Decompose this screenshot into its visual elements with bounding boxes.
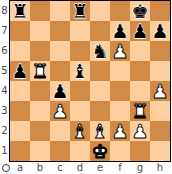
piece-wP-f6: ♟ <box>110 41 130 61</box>
square-h8[interactable] <box>150 1 170 21</box>
square-e8[interactable] <box>90 1 110 21</box>
rank-label-5: 5 <box>0 61 9 81</box>
file-label-h: h <box>150 162 170 174</box>
square-b3[interactable] <box>30 101 50 121</box>
square-f1[interactable] <box>110 141 130 161</box>
square-h3[interactable] <box>150 101 170 121</box>
square-d7[interactable] <box>70 21 90 41</box>
square-c5[interactable] <box>50 61 70 81</box>
square-b4[interactable] <box>30 81 50 101</box>
square-a8[interactable]: ♜ <box>10 1 30 21</box>
piece-bP-c4: ♟ <box>50 81 70 101</box>
square-d3[interactable] <box>70 101 90 121</box>
piece-bP-f7: ♟ <box>110 21 130 41</box>
chess-board: ♜♜♚♟♟♟♞♟♟♜♝♟♟♟♜♝♝♟♟♚ <box>9 0 171 162</box>
square-g1[interactable] <box>130 141 150 161</box>
square-e1[interactable]: ♚ <box>90 141 110 161</box>
piece-bK-g8: ♚ <box>130 1 150 21</box>
square-c4[interactable]: ♟ <box>50 81 70 101</box>
piece-wP-g2: ♟ <box>130 121 150 141</box>
square-f5[interactable] <box>110 61 130 81</box>
square-d5[interactable]: ♝ <box>70 61 90 81</box>
piece-bP-h7: ♟ <box>150 21 170 41</box>
square-h6[interactable] <box>150 41 170 61</box>
square-e7[interactable] <box>90 21 110 41</box>
square-a7[interactable] <box>10 21 30 41</box>
square-d2[interactable]: ♝ <box>70 121 90 141</box>
rank-labels: 87654321 <box>0 0 9 162</box>
piece-wB-e2: ♝ <box>90 121 110 141</box>
square-b8[interactable] <box>30 1 50 21</box>
file-labels: abcdefgh <box>0 162 172 174</box>
square-b7[interactable] <box>30 21 50 41</box>
square-a3[interactable] <box>10 101 30 121</box>
square-h7[interactable]: ♟ <box>150 21 170 41</box>
rank-label-2: 2 <box>0 121 9 141</box>
file-label-c: c <box>50 162 70 174</box>
file-label-a: a <box>10 162 30 174</box>
file-label-f: f <box>110 162 130 174</box>
square-e4[interactable] <box>90 81 110 101</box>
piece-bP-a5: ♟ <box>10 61 30 81</box>
file-label-g: g <box>130 162 150 174</box>
piece-wP-c3: ♟ <box>50 101 70 121</box>
file-label-b: b <box>30 162 50 174</box>
piece-bN-e6: ♞ <box>90 41 110 61</box>
square-d6[interactable] <box>70 41 90 61</box>
square-d8[interactable]: ♜ <box>70 1 90 21</box>
square-e5[interactable] <box>90 61 110 81</box>
piece-bR-a8: ♜ <box>10 1 30 21</box>
piece-wK-e1: ♚ <box>90 141 110 161</box>
square-g6[interactable] <box>130 41 150 61</box>
square-c1[interactable] <box>50 141 70 161</box>
rank-label-7: 7 <box>0 21 9 41</box>
rank-label-8: 8 <box>0 1 9 21</box>
square-c7[interactable] <box>50 21 70 41</box>
square-f2[interactable]: ♟ <box>110 121 130 141</box>
square-h5[interactable] <box>150 61 170 81</box>
square-g7[interactable]: ♟ <box>130 21 150 41</box>
rank-label-3: 3 <box>0 101 9 121</box>
square-c2[interactable] <box>50 121 70 141</box>
square-a5[interactable]: ♟ <box>10 61 30 81</box>
square-c3[interactable]: ♟ <box>50 101 70 121</box>
piece-bB-d5: ♝ <box>70 61 90 81</box>
square-a6[interactable] <box>10 41 30 61</box>
piece-bR-d8: ♜ <box>70 1 90 21</box>
square-f7[interactable]: ♟ <box>110 21 130 41</box>
square-e6[interactable]: ♞ <box>90 41 110 61</box>
square-b1[interactable] <box>30 141 50 161</box>
piece-wB-d2: ♝ <box>70 121 90 141</box>
file-label-e: e <box>90 162 110 174</box>
square-f8[interactable] <box>110 1 130 21</box>
square-c8[interactable] <box>50 1 70 21</box>
square-g8[interactable]: ♚ <box>130 1 150 21</box>
piece-bP-g7: ♟ <box>130 21 150 41</box>
square-d1[interactable] <box>70 141 90 161</box>
white-to-move-indicator-icon <box>2 164 10 172</box>
square-f6[interactable]: ♟ <box>110 41 130 61</box>
piece-wP-f2: ♟ <box>110 121 130 141</box>
piece-wR-b5: ♜ <box>30 61 50 81</box>
square-g4[interactable] <box>130 81 150 101</box>
square-c6[interactable] <box>50 41 70 61</box>
piece-wR-g3: ♜ <box>130 101 150 121</box>
square-h1[interactable] <box>150 141 170 161</box>
square-a1[interactable] <box>10 141 30 161</box>
square-d4[interactable] <box>70 81 90 101</box>
square-b5[interactable]: ♜ <box>30 61 50 81</box>
piece-wP-h4: ♟ <box>150 81 170 101</box>
rank-label-6: 6 <box>0 41 9 61</box>
rank-label-1: 1 <box>0 141 9 161</box>
rank-label-4: 4 <box>0 81 9 101</box>
square-f4[interactable] <box>110 81 130 101</box>
square-b6[interactable] <box>30 41 50 61</box>
square-g5[interactable] <box>130 61 150 81</box>
chess-diagram: 87654321 ♜♜♚♟♟♟♞♟♟♜♝♟♟♟♜♝♝♟♟♚ abcdefgh <box>0 0 172 174</box>
square-g2[interactable]: ♟ <box>130 121 150 141</box>
square-h4[interactable]: ♟ <box>150 81 170 101</box>
file-label-d: d <box>70 162 90 174</box>
square-f3[interactable] <box>110 101 130 121</box>
square-h2[interactable] <box>150 121 170 141</box>
square-e3[interactable] <box>90 101 110 121</box>
square-g3[interactable]: ♜ <box>130 101 150 121</box>
square-b2[interactable] <box>30 121 50 141</box>
square-a4[interactable] <box>10 81 30 101</box>
square-a2[interactable] <box>10 121 30 141</box>
square-e2[interactable]: ♝ <box>90 121 110 141</box>
